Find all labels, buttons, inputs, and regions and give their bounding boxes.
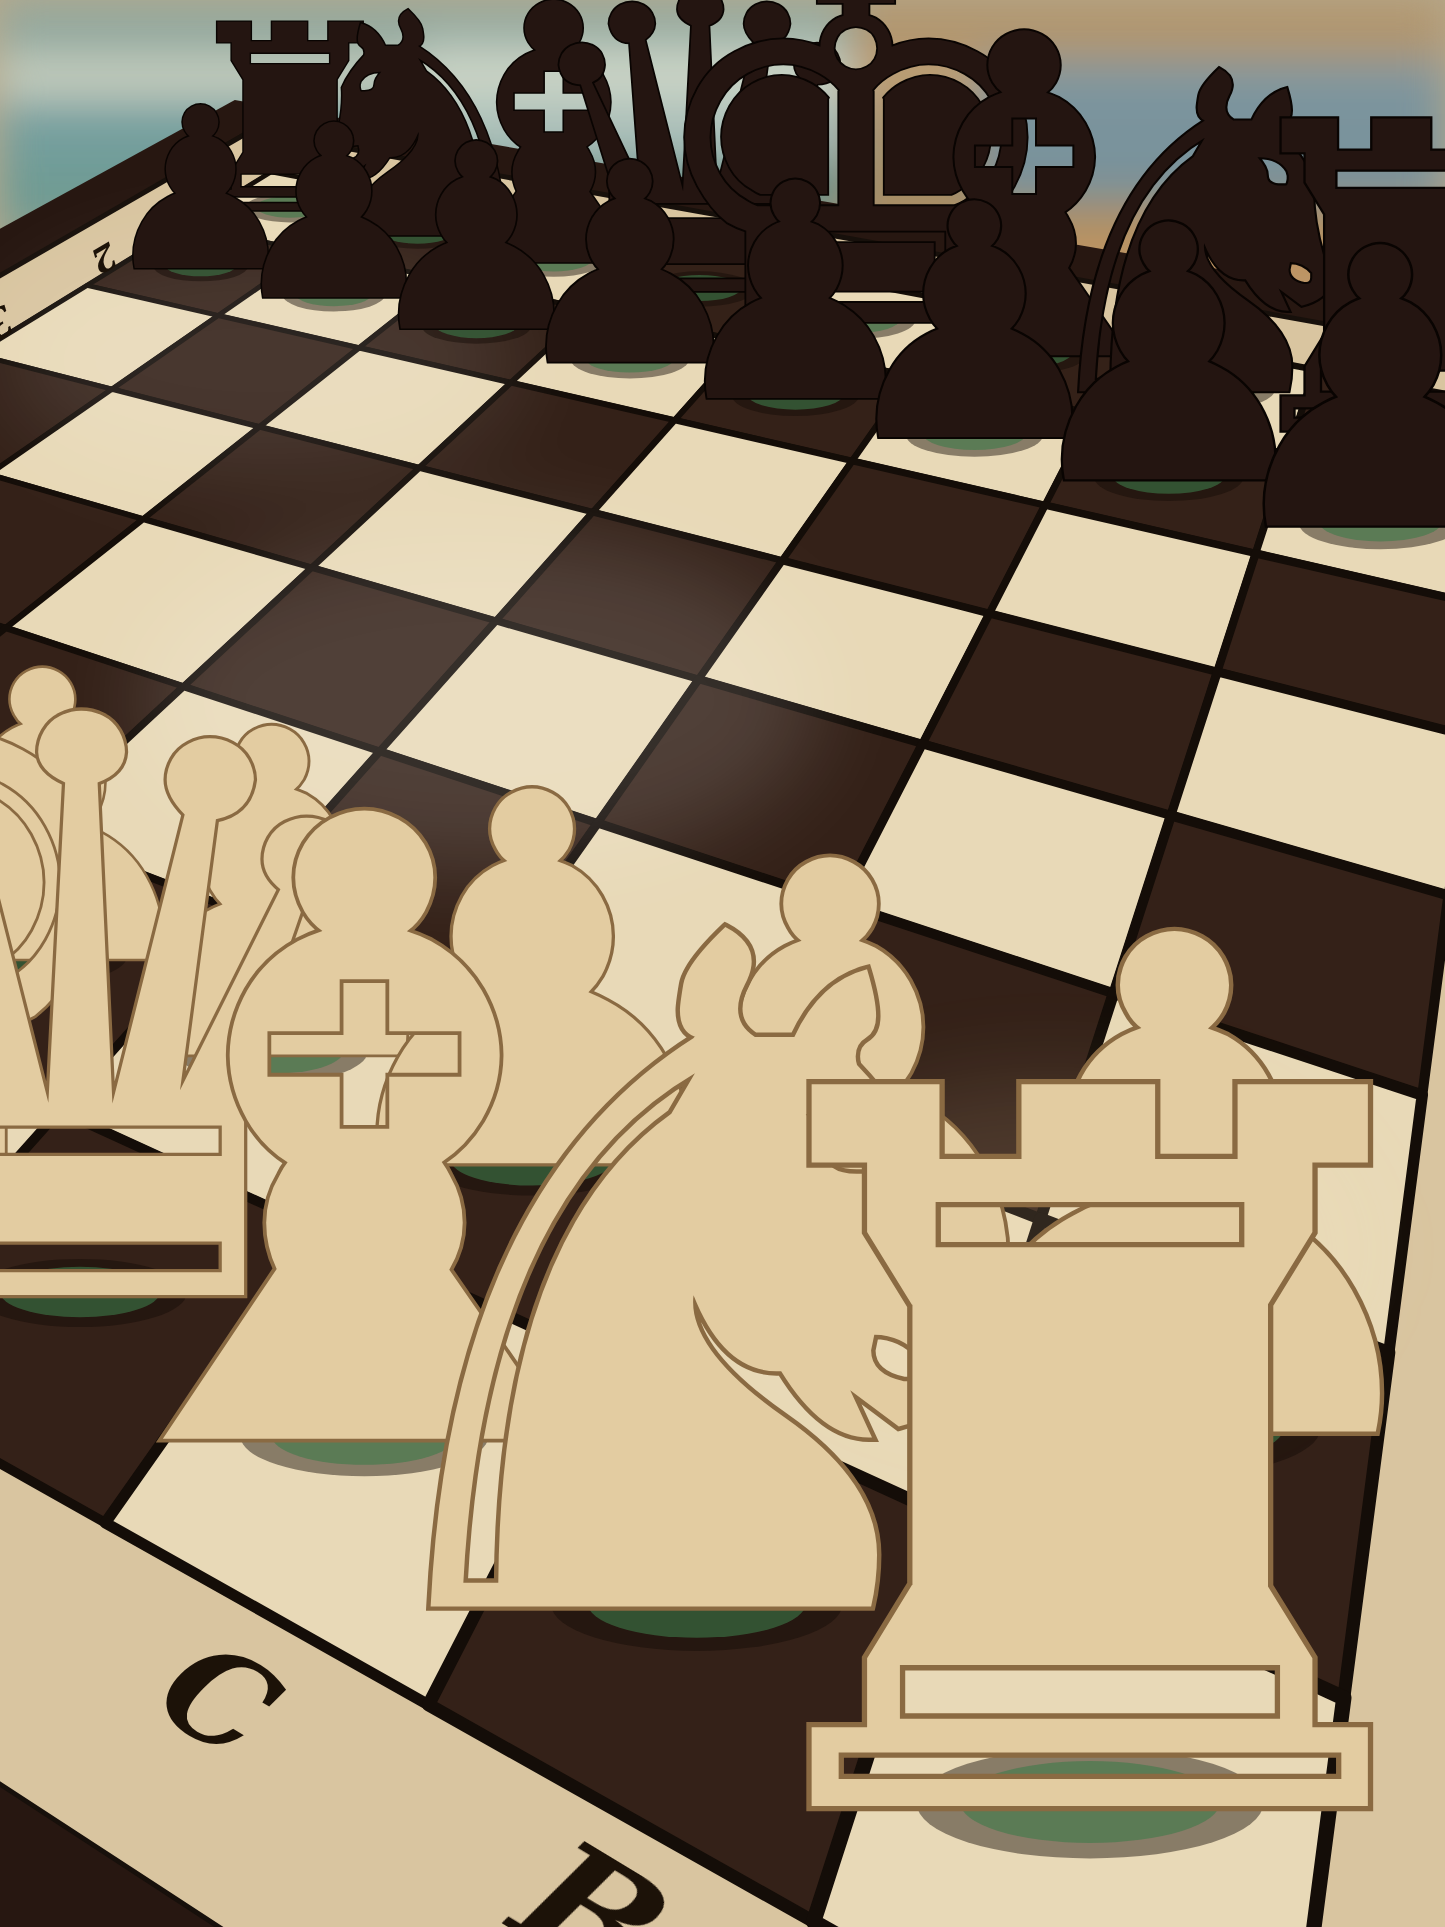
black-pawn-glyph: ♟ (1208, 168, 1445, 616)
white-rook-glyph: ♜ (647, 888, 1445, 1927)
pieces: ♜♞♝♟♛♟♚♟♝♟♞♟♜♟♟♟♟♟♟♟♝♟♚♟♛♟♝♞♜ (0, 0, 1445, 1927)
board-photo-svg: ABCDEFGH1234567812345678♜♞♝♟♛♟♚♟♝♟♞♟♜♟♟♟… (0, 0, 1445, 1927)
piece-black-pawn-a2[interactable]: ♟ (1208, 168, 1445, 616)
piece-white-rook-a8[interactable]: ♜ (647, 888, 1445, 1927)
photo-chessboard-scene: ABCDEFGH1234567812345678♜♞♝♟♛♟♚♟♝♟♞♟♜♟♟♟… (0, 0, 1445, 1927)
